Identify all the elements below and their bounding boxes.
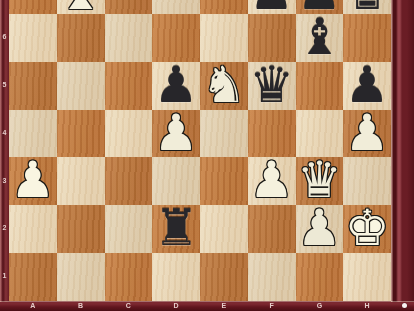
square-c7[interactable] (105, 0, 153, 14)
square-a7[interactable] (9, 0, 57, 14)
square-f6[interactable] (248, 14, 296, 62)
square-f1[interactable] (248, 253, 296, 301)
square-h2[interactable]: ♚ (343, 205, 391, 253)
square-b6[interactable] (57, 14, 105, 62)
square-e2[interactable] (200, 205, 248, 253)
square-b7[interactable]: ♝ (57, 0, 105, 14)
rank-label-2: 2 (0, 224, 9, 231)
rank-label-6: 6 (0, 33, 9, 40)
rank-label-1: 1 (0, 272, 9, 279)
square-h6[interactable] (343, 14, 391, 62)
square-b3[interactable] (57, 157, 105, 205)
square-f4[interactable] (248, 110, 296, 158)
file-label-d: D (166, 302, 186, 309)
square-h7[interactable]: ♚ (343, 0, 391, 14)
square-c5[interactable] (105, 62, 153, 110)
square-d1[interactable] (152, 253, 200, 301)
black-pawn-f7[interactable]: ♟ (249, 0, 294, 14)
file-label-f: F (262, 302, 282, 309)
square-f5[interactable]: ♛ (248, 62, 296, 110)
chess-board-window: ♝♟♟♚♝♟♞♛♟♟♟♟♟♛♜♟♚ 123456ABCDEFGH (0, 0, 414, 311)
square-h1[interactable] (343, 253, 391, 301)
frame-bottom-border (0, 301, 414, 311)
square-c4[interactable] (105, 110, 153, 158)
black-rook-d2[interactable]: ♜ (154, 205, 199, 253)
frame-left-border (0, 0, 9, 311)
file-label-e: E (214, 302, 234, 309)
white-bishop-b7[interactable]: ♝ (58, 0, 103, 14)
file-label-h: H (357, 302, 377, 309)
square-f3[interactable]: ♟ (248, 157, 296, 205)
square-f7[interactable]: ♟ (248, 0, 296, 14)
white-knight-e5[interactable]: ♞ (201, 62, 246, 110)
file-label-a: A (23, 302, 43, 309)
square-g2[interactable]: ♟ (296, 205, 344, 253)
square-g4[interactable] (296, 110, 344, 158)
square-h4[interactable]: ♟ (343, 110, 391, 158)
square-h3[interactable] (343, 157, 391, 205)
square-g6[interactable]: ♝ (296, 14, 344, 62)
square-e5[interactable]: ♞ (200, 62, 248, 110)
square-d2[interactable]: ♜ (152, 205, 200, 253)
white-pawn-g2[interactable]: ♟ (297, 205, 342, 253)
square-e6[interactable] (200, 14, 248, 62)
square-a6[interactable] (9, 14, 57, 62)
square-e7[interactable] (200, 0, 248, 14)
square-a1[interactable] (9, 253, 57, 301)
black-pawn-d5[interactable]: ♟ (154, 62, 199, 110)
white-queen-g3[interactable]: ♛ (297, 157, 342, 205)
square-d7[interactable] (152, 0, 200, 14)
square-a3[interactable]: ♟ (9, 157, 57, 205)
square-e3[interactable] (200, 157, 248, 205)
black-queen-f5[interactable]: ♛ (249, 62, 294, 110)
square-c6[interactable] (105, 14, 153, 62)
file-label-c: C (118, 302, 138, 309)
white-to-move-indicator-dot (402, 303, 407, 308)
black-pawn-h5[interactable]: ♟ (345, 62, 390, 110)
square-g5[interactable] (296, 62, 344, 110)
square-b4[interactable] (57, 110, 105, 158)
black-king-h7[interactable]: ♚ (345, 0, 390, 14)
frame-right-border (391, 0, 414, 311)
square-d4[interactable]: ♟ (152, 110, 200, 158)
square-a2[interactable] (9, 205, 57, 253)
square-a4[interactable] (9, 110, 57, 158)
square-g1[interactable] (296, 253, 344, 301)
square-c2[interactable] (105, 205, 153, 253)
square-g3[interactable]: ♛ (296, 157, 344, 205)
file-label-b: B (71, 302, 91, 309)
square-d5[interactable]: ♟ (152, 62, 200, 110)
square-d6[interactable] (152, 14, 200, 62)
square-b2[interactable] (57, 205, 105, 253)
rank-label-4: 4 (0, 129, 9, 136)
square-a5[interactable] (9, 62, 57, 110)
chess-board: ♝♟♟♚♝♟♞♛♟♟♟♟♟♛♜♟♚ (9, 0, 391, 301)
rank-label-5: 5 (0, 81, 9, 88)
square-b1[interactable] (57, 253, 105, 301)
white-pawn-a3[interactable]: ♟ (10, 157, 55, 205)
square-d3[interactable] (152, 157, 200, 205)
square-f2[interactable] (248, 205, 296, 253)
white-pawn-d4[interactable]: ♟ (154, 110, 199, 158)
square-b5[interactable] (57, 62, 105, 110)
square-c1[interactable] (105, 253, 153, 301)
white-pawn-h4[interactable]: ♟ (345, 110, 390, 158)
square-c3[interactable] (105, 157, 153, 205)
black-bishop-g6[interactable]: ♝ (297, 14, 342, 62)
file-label-g: G (309, 302, 329, 309)
square-h5[interactable]: ♟ (343, 62, 391, 110)
square-e1[interactable] (200, 253, 248, 301)
rank-label-3: 3 (0, 177, 9, 184)
white-king-h2[interactable]: ♚ (345, 205, 390, 253)
white-pawn-f3[interactable]: ♟ (249, 157, 294, 205)
square-e4[interactable] (200, 110, 248, 158)
